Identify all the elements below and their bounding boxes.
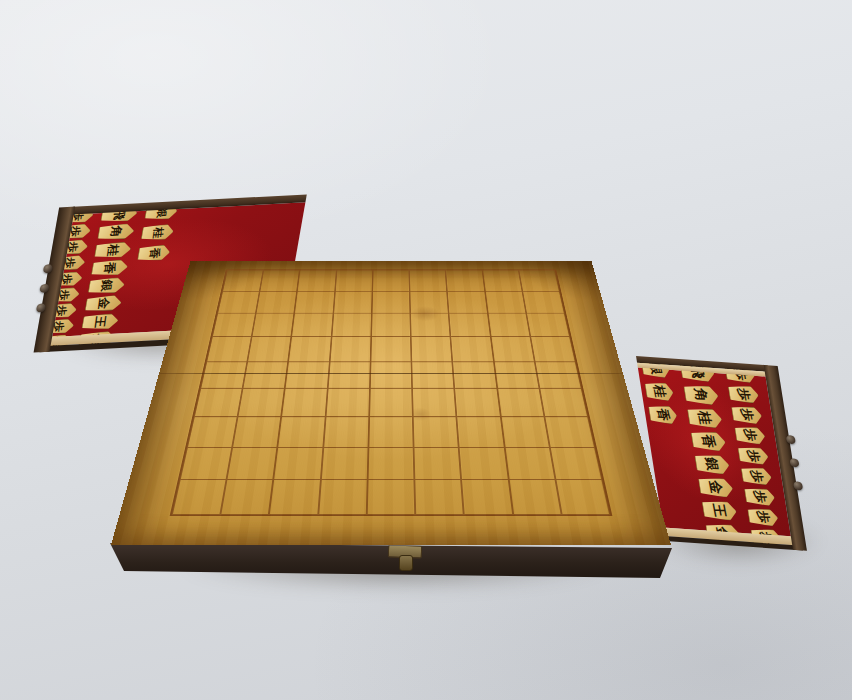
- board-cell[interactable]: [414, 447, 462, 480]
- shogi-piece[interactable]: 王: [701, 500, 738, 522]
- board-cell[interactable]: [526, 313, 570, 337]
- board-cell[interactable]: [530, 337, 575, 362]
- board-cell[interactable]: [256, 291, 297, 313]
- board-cell[interactable]: [292, 313, 334, 337]
- board-cell[interactable]: [278, 417, 326, 447]
- board-cell[interactable]: [367, 480, 416, 515]
- photo-backdrop: 歩歩歩歩歩歩歩歩歩飛角桂香銀金王金銀桂香 銀桂香飛角桂香銀金王金歩歩歩歩歩歩歩歩…: [0, 0, 852, 700]
- board-cell[interactable]: [329, 337, 371, 362]
- knob-icon: [39, 284, 50, 293]
- shogi-piece[interactable]: 角: [97, 223, 136, 241]
- board-cell[interactable]: [227, 447, 278, 480]
- board-cell[interactable]: [410, 291, 449, 313]
- shogi-piece[interactable]: 桂: [687, 407, 724, 429]
- board-cell[interactable]: [335, 270, 373, 291]
- board-grid: [170, 269, 613, 516]
- board-cell[interactable]: [285, 362, 329, 389]
- board-cell[interactable]: [535, 362, 582, 389]
- board-cell[interactable]: [323, 417, 369, 447]
- board-cell[interactable]: [494, 362, 540, 389]
- board-cell[interactable]: [371, 313, 411, 337]
- shogi-board: [111, 261, 671, 545]
- board-cell[interactable]: [539, 388, 588, 416]
- board-cell[interactable]: [331, 313, 371, 337]
- knob-icon: [789, 458, 799, 467]
- board-cell[interactable]: [451, 337, 494, 362]
- board-cell[interactable]: [482, 270, 522, 291]
- board-cell[interactable]: [550, 447, 603, 480]
- board-cell[interactable]: [490, 337, 534, 362]
- board-cell[interactable]: [487, 313, 530, 337]
- board-cell[interactable]: [508, 480, 561, 515]
- board-cell[interactable]: [411, 337, 453, 362]
- shogi-piece[interactable]: 歩: [734, 425, 767, 444]
- shogi-piece[interactable]: 桂: [94, 241, 133, 259]
- board-cell[interactable]: [325, 388, 369, 416]
- board-cell[interactable]: [413, 417, 459, 447]
- board-cell[interactable]: [370, 362, 412, 389]
- board-cell[interactable]: [321, 447, 369, 480]
- board-cell[interactable]: [544, 417, 595, 447]
- board-cell[interactable]: [459, 447, 508, 480]
- shogi-piece[interactable]: 角: [683, 384, 720, 406]
- board-cell[interactable]: [449, 313, 491, 337]
- board-cell[interactable]: [295, 291, 335, 313]
- board-cell[interactable]: [500, 417, 549, 447]
- fold-seam: [159, 373, 623, 374]
- shogi-piece[interactable]: 歩: [727, 385, 760, 404]
- board-cell[interactable]: [274, 447, 323, 480]
- shogi-piece[interactable]: 金: [84, 295, 123, 313]
- board-cell[interactable]: [412, 362, 455, 389]
- board-cell[interactable]: [252, 313, 295, 337]
- board-surface: [111, 261, 671, 545]
- shogi-piece[interactable]: 銀: [87, 277, 126, 295]
- board-cell[interactable]: [372, 291, 411, 313]
- board-cell[interactable]: [200, 362, 247, 389]
- shogi-piece[interactable]: 金: [698, 476, 735, 498]
- board-cell[interactable]: [369, 388, 413, 416]
- board-cell[interactable]: [370, 337, 411, 362]
- shogi-piece[interactable]: 歩: [747, 507, 780, 526]
- board-cell[interactable]: [212, 313, 256, 337]
- board-cell[interactable]: [368, 447, 415, 480]
- shogi-piece[interactable]: 桂: [644, 381, 675, 401]
- board-cell[interactable]: [410, 313, 450, 337]
- board-cell[interactable]: [282, 388, 328, 416]
- board-cell[interactable]: [522, 291, 564, 313]
- shogi-piece[interactable]: 香: [690, 430, 727, 452]
- shogi-piece[interactable]: 歩: [740, 466, 773, 485]
- board-cell[interactable]: [232, 417, 281, 447]
- board-cell[interactable]: [372, 270, 409, 291]
- shogi-piece[interactable]: 歩: [744, 487, 777, 506]
- knob-icon: [43, 264, 54, 273]
- board-cell[interactable]: [368, 417, 413, 447]
- board-cell[interactable]: [222, 270, 263, 291]
- shogi-piece[interactable]: 香: [648, 404, 679, 424]
- knob-icon: [36, 303, 47, 312]
- board-cell[interactable]: [412, 388, 456, 416]
- shogi-piece[interactable]: 歩: [731, 405, 764, 424]
- board-cell[interactable]: [318, 480, 368, 515]
- board-cell[interactable]: [497, 388, 544, 416]
- board-cell[interactable]: [238, 388, 285, 416]
- board-cell[interactable]: [194, 388, 243, 416]
- board-cell[interactable]: [180, 447, 233, 480]
- board-cell[interactable]: [221, 480, 274, 515]
- board-cell[interactable]: [217, 291, 259, 313]
- board-cell[interactable]: [206, 337, 251, 362]
- board-cell[interactable]: [297, 270, 336, 291]
- board-cell[interactable]: [446, 270, 485, 291]
- board-cell[interactable]: [457, 417, 505, 447]
- board-cell[interactable]: [455, 388, 501, 416]
- board-cell[interactable]: [327, 362, 370, 389]
- board-cell[interactable]: [288, 337, 331, 362]
- board-cell[interactable]: [504, 447, 555, 480]
- board-cell[interactable]: [447, 291, 487, 313]
- board-cell[interactable]: [243, 362, 289, 389]
- board-cell[interactable]: [269, 480, 320, 515]
- board-cell[interactable]: [260, 270, 300, 291]
- knob-icon: [793, 481, 803, 490]
- board-cell[interactable]: [333, 291, 372, 313]
- board-cell[interactable]: [555, 480, 610, 515]
- shogi-piece[interactable]: 香: [137, 244, 172, 261]
- board-cell[interactable]: [461, 480, 512, 515]
- shogi-piece[interactable]: 歩: [737, 446, 770, 465]
- latch-hook[interactable]: [399, 555, 413, 571]
- board-cell[interactable]: [247, 337, 291, 362]
- shogi-piece[interactable]: 王: [81, 313, 120, 331]
- board-cell[interactable]: [453, 362, 497, 389]
- shogi-piece[interactable]: 銀: [694, 453, 731, 475]
- board-cell[interactable]: [172, 480, 227, 515]
- board-cell[interactable]: [518, 270, 559, 291]
- shogi-piece[interactable]: 香: [90, 259, 129, 277]
- board-cell[interactable]: [187, 417, 238, 447]
- knob-icon: [786, 435, 796, 444]
- board-cell[interactable]: [409, 270, 447, 291]
- shogi-piece[interactable]: 桂: [140, 224, 175, 241]
- board-cell[interactable]: [485, 291, 526, 313]
- board-cell[interactable]: [414, 480, 464, 515]
